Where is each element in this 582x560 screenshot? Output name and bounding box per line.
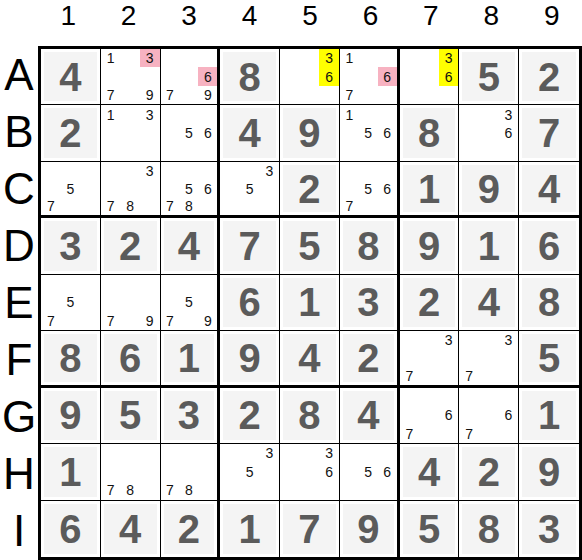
value-digit: 4: [59, 57, 81, 97]
candidate-empty: [140, 142, 160, 160]
candidate-9: 9: [140, 86, 160, 104]
cell-A7[interactable]: 36: [400, 49, 460, 105]
cell-I5[interactable]: 7: [280, 501, 340, 557]
column-label-2: 2: [98, 0, 158, 46]
candidate-empty: [419, 349, 439, 367]
candidate-empty: [101, 444, 121, 462]
candidate-empty: [419, 86, 439, 104]
cell-B5[interactable]: 9: [280, 105, 340, 161]
value-digit: 6: [119, 338, 141, 378]
candidate-empty: [179, 463, 198, 481]
candidate-5: 5: [359, 463, 378, 481]
cell-H6[interactable]: 56: [340, 444, 400, 500]
candidate-empty: [161, 180, 180, 198]
candidate-6: 6: [198, 180, 217, 198]
cell-C2[interactable]: 378: [101, 162, 161, 218]
candidate-empty: [459, 349, 479, 367]
candidate-empty: [479, 406, 499, 424]
cell-B2[interactable]: 13: [101, 105, 161, 161]
candidate-empty: [419, 49, 439, 67]
candidate-empty: [120, 162, 140, 180]
cell-B9[interactable]: 7: [519, 105, 579, 161]
candidate-empty: [101, 142, 121, 160]
row-labels: ABCDEFGHI: [0, 46, 38, 560]
value-digit: 8: [538, 282, 560, 322]
candidate-empty: [61, 162, 81, 180]
candidate-empty: [340, 67, 359, 85]
value-digit: 9: [59, 395, 81, 435]
cell-E3[interactable]: 579: [161, 275, 221, 331]
candidate-empty: [41, 293, 61, 311]
cell-C1[interactable]: 57: [41, 162, 101, 218]
candidate-empty: [499, 349, 519, 367]
candidate-empty: [378, 105, 397, 123]
row-label-B: B: [0, 103, 38, 160]
candidate-empty: [300, 67, 320, 85]
candidate-empty: [101, 463, 121, 481]
candidate-empty: [378, 162, 397, 180]
cell-E9[interactable]: 8: [519, 275, 579, 331]
value-digit: 9: [239, 338, 261, 378]
cell-E5[interactable]: 1: [280, 275, 340, 331]
candidate-empty: [198, 275, 217, 293]
candidate-empty: [300, 86, 320, 104]
candidate-empty: [459, 142, 479, 160]
value-digit: 1: [178, 338, 200, 378]
candidate-empty: [359, 481, 378, 499]
value-digit: 2: [418, 282, 440, 322]
row-label-A: A: [0, 46, 38, 103]
cell-C6[interactable]: 567: [340, 162, 400, 218]
cell-H5[interactable]: 36: [280, 444, 340, 500]
cell-F4[interactable]: 9: [220, 331, 280, 387]
candidate-8: 8: [120, 481, 140, 499]
column-label-1: 1: [38, 0, 98, 46]
cell-A1[interactable]: 4: [41, 49, 101, 105]
cell-C9[interactable]: 4: [519, 162, 579, 218]
candidate-empty: [319, 481, 339, 499]
candidate-9: 9: [140, 312, 160, 330]
candidate-empty: [319, 86, 339, 104]
value-digit: 5: [298, 226, 320, 266]
cell-I1[interactable]: 6: [41, 501, 101, 557]
candidate-7: 7: [161, 312, 180, 330]
value-digit: 9: [298, 113, 320, 153]
column-label-5: 5: [280, 0, 340, 46]
candidate-empty: [439, 86, 459, 104]
candidate-empty: [220, 198, 240, 216]
cell-I3[interactable]: 2: [161, 501, 221, 557]
value-digit: 7: [239, 226, 261, 266]
candidate-empty: [340, 463, 359, 481]
column-label-3: 3: [159, 0, 219, 46]
cell-G2[interactable]: 5: [101, 388, 161, 444]
cell-G8[interactable]: 67: [459, 388, 519, 444]
candidate-6: 6: [198, 124, 217, 142]
candidate-empty: [120, 180, 140, 198]
sudoku-board: 4137967983616736522135649156836757378567…: [38, 46, 582, 560]
candidate-empty: [80, 293, 100, 311]
value-digit: 9: [357, 509, 379, 549]
candidate-empty: [499, 425, 519, 443]
cell-B6[interactable]: 156: [340, 105, 400, 161]
candidate-3: 3: [140, 162, 160, 180]
cell-D2[interactable]: 2: [101, 218, 161, 274]
candidate-6-highlighted-yellow: 6: [319, 67, 339, 85]
cell-G1[interactable]: 9: [41, 388, 101, 444]
cell-I4[interactable]: 1: [220, 501, 280, 557]
cell-F6[interactable]: 2: [340, 331, 400, 387]
candidate-7: 7: [101, 198, 121, 216]
candidate-7: 7: [161, 481, 180, 499]
candidate-empty: [120, 124, 140, 142]
value-digit: 1: [538, 395, 560, 435]
candidate-empty: [61, 312, 81, 330]
candidate-empty: [479, 388, 499, 406]
candidate-3: 3: [499, 331, 519, 349]
cell-I7[interactable]: 5: [400, 501, 460, 557]
value-digit: 1: [59, 452, 81, 492]
candidate-7: 7: [400, 367, 420, 385]
candidate-empty: [220, 444, 240, 462]
cell-H9[interactable]: 9: [519, 444, 579, 500]
cell-A4[interactable]: 8: [220, 49, 280, 105]
value-digit: 4: [357, 395, 379, 435]
candidate-empty: [101, 180, 121, 198]
candidate-empty: [439, 388, 459, 406]
candidate-empty: [359, 86, 378, 104]
candidate-empty: [220, 463, 240, 481]
candidate-empty: [479, 124, 499, 142]
column-label-8: 8: [461, 0, 521, 46]
candidate-empty: [439, 349, 459, 367]
candidate-empty: [240, 162, 260, 180]
value-digit: 8: [59, 338, 81, 378]
candidate-empty: [41, 180, 61, 198]
cell-G9[interactable]: 1: [519, 388, 579, 444]
value-digit: 4: [178, 226, 200, 266]
candidate-empty: [61, 275, 81, 293]
cell-D8[interactable]: 1: [459, 218, 519, 274]
candidate-6: 6: [499, 406, 519, 424]
cell-C7[interactable]: 1: [400, 162, 460, 218]
candidate-empty: [280, 463, 300, 481]
candidate-empty: [359, 142, 378, 160]
candidate-empty: [419, 367, 439, 385]
cell-G4[interactable]: 2: [220, 388, 280, 444]
cell-B3[interactable]: 56: [161, 105, 221, 161]
cell-H3[interactable]: 78: [161, 444, 221, 500]
value-digit: 8: [418, 113, 440, 153]
candidate-7: 7: [340, 86, 359, 104]
candidate-7: 7: [459, 425, 479, 443]
cell-D1[interactable]: 3: [41, 218, 101, 274]
candidate-empty: [80, 162, 100, 180]
cell-F8[interactable]: 37: [459, 331, 519, 387]
candidate-empty: [280, 49, 300, 67]
cell-G6[interactable]: 4: [340, 388, 400, 444]
candidate-empty: [340, 162, 359, 180]
cell-I9[interactable]: 3: [519, 501, 579, 557]
cell-E6[interactable]: 3: [340, 275, 400, 331]
value-digit: 4: [418, 452, 440, 492]
value-digit: 2: [298, 169, 320, 209]
candidate-5: 5: [359, 124, 378, 142]
cell-F5[interactable]: 4: [280, 331, 340, 387]
cell-E2[interactable]: 79: [101, 275, 161, 331]
cell-I8[interactable]: 8: [459, 501, 519, 557]
candidate-empty: [80, 312, 100, 330]
candidate-empty: [140, 124, 160, 142]
candidate-9: 9: [198, 86, 217, 104]
candidate-empty: [120, 444, 140, 462]
candidate-empty: [179, 86, 198, 104]
candidate-empty: [260, 463, 280, 481]
candidate-empty: [400, 388, 420, 406]
sudoku-app: 123456789 ABCDEFGHI 41379679836167365221…: [0, 0, 582, 560]
candidate-empty: [140, 293, 160, 311]
candidate-empty: [120, 49, 140, 67]
candidate-empty: [101, 124, 121, 142]
candidate-empty: [240, 481, 260, 499]
candidate-empty: [198, 463, 217, 481]
cell-E8[interactable]: 4: [459, 275, 519, 331]
value-digit: 6: [538, 226, 560, 266]
candidate-7: 7: [161, 86, 180, 104]
candidate-empty: [61, 198, 81, 216]
candidate-6: 6: [378, 180, 397, 198]
value-digit: 7: [298, 509, 320, 549]
cell-C5[interactable]: 2: [280, 162, 340, 218]
candidate-empty: [340, 481, 359, 499]
cell-A8[interactable]: 5: [459, 49, 519, 105]
cell-H1[interactable]: 1: [41, 444, 101, 500]
cell-C4[interactable]: 35: [220, 162, 280, 218]
candidate-empty: [479, 349, 499, 367]
candidate-empty: [419, 331, 439, 349]
candidate-7: 7: [340, 198, 359, 216]
cell-D4[interactable]: 7: [220, 218, 280, 274]
candidate-empty: [140, 180, 160, 198]
candidate-7: 7: [41, 198, 61, 216]
cell-F9[interactable]: 5: [519, 331, 579, 387]
candidate-empty: [479, 331, 499, 349]
candidate-3: 3: [140, 105, 160, 123]
candidate-empty: [120, 312, 140, 330]
candidate-empty: [161, 293, 180, 311]
candidate-empty: [120, 86, 140, 104]
cell-F7[interactable]: 37: [400, 331, 460, 387]
value-digit: 3: [538, 509, 560, 549]
value-digit: 6: [239, 282, 261, 322]
column-label-9: 9: [522, 0, 582, 46]
candidate-empty: [140, 275, 160, 293]
cell-A5[interactable]: 36: [280, 49, 340, 105]
candidate-empty: [359, 198, 378, 216]
candidate-empty: [300, 481, 320, 499]
cell-F1[interactable]: 8: [41, 331, 101, 387]
cell-I2[interactable]: 4: [101, 501, 161, 557]
candidate-3: 3: [260, 444, 280, 462]
cell-E7[interactable]: 2: [400, 275, 460, 331]
value-digit: 4: [478, 282, 500, 322]
value-digit: 1: [298, 282, 320, 322]
candidate-empty: [340, 444, 359, 462]
value-digit: 5: [418, 509, 440, 549]
candidate-empty: [459, 388, 479, 406]
candidate-empty: [359, 67, 378, 85]
value-digit: 5: [538, 338, 560, 378]
value-digit: 2: [538, 57, 560, 97]
candidate-3-highlighted-yellow: 3: [319, 49, 339, 67]
candidate-7: 7: [41, 312, 61, 330]
candidate-empty: [179, 444, 198, 462]
candidate-empty: [220, 180, 240, 198]
row-label-H: H: [0, 446, 38, 503]
candidate-empty: [161, 49, 180, 67]
cell-H4[interactable]: 35: [220, 444, 280, 500]
candidate-empty: [101, 275, 121, 293]
candidate-empty: [101, 293, 121, 311]
cell-F2[interactable]: 6: [101, 331, 161, 387]
candidate-1: 1: [101, 49, 121, 67]
cell-I6[interactable]: 9: [340, 501, 400, 557]
candidate-empty: [400, 406, 420, 424]
candidate-6-highlighted-pink: 6: [198, 67, 217, 85]
cell-D5[interactable]: 5: [280, 218, 340, 274]
column-label-7: 7: [401, 0, 461, 46]
candidate-empty: [419, 406, 439, 424]
candidate-empty: [198, 444, 217, 462]
value-digit: 4: [239, 113, 261, 153]
candidate-7: 7: [101, 86, 121, 104]
value-digit: 9: [478, 169, 500, 209]
candidate-6: 6: [439, 406, 459, 424]
candidate-empty: [419, 388, 439, 406]
candidate-empty: [378, 142, 397, 160]
candidate-5: 5: [179, 124, 198, 142]
candidate-empty: [359, 444, 378, 462]
candidate-empty: [280, 481, 300, 499]
cell-G3[interactable]: 3: [161, 388, 221, 444]
cell-A9[interactable]: 2: [519, 49, 579, 105]
value-digit: 4: [538, 169, 560, 209]
cell-A3[interactable]: 679: [161, 49, 221, 105]
candidate-empty: [499, 142, 519, 160]
value-digit: 8: [478, 509, 500, 549]
cell-F3[interactable]: 1: [161, 331, 221, 387]
candidate-empty: [140, 444, 160, 462]
candidate-empty: [260, 481, 280, 499]
candidate-7: 7: [400, 425, 420, 443]
candidate-empty: [479, 425, 499, 443]
candidate-empty: [300, 444, 320, 462]
cell-H7[interactable]: 4: [400, 444, 460, 500]
candidate-6: 6: [378, 463, 397, 481]
candidate-7: 7: [459, 367, 479, 385]
value-digit: 9: [538, 452, 560, 492]
candidate-empty: [41, 275, 61, 293]
candidate-empty: [439, 425, 459, 443]
cell-E1[interactable]: 57: [41, 275, 101, 331]
candidate-empty: [140, 481, 160, 499]
candidate-empty: [359, 49, 378, 67]
candidate-empty: [120, 105, 140, 123]
candidate-empty: [161, 463, 180, 481]
candidate-empty: [161, 162, 180, 180]
cell-B1[interactable]: 2: [41, 105, 101, 161]
candidate-empty: [198, 49, 217, 67]
candidate-empty: [161, 142, 180, 160]
value-digit: 8: [298, 395, 320, 435]
candidate-1: 1: [101, 105, 121, 123]
cell-D7[interactable]: 9: [400, 218, 460, 274]
cell-D3[interactable]: 4: [161, 218, 221, 274]
cell-A6[interactable]: 167: [340, 49, 400, 105]
candidate-empty: [198, 105, 217, 123]
cell-D6[interactable]: 8: [340, 218, 400, 274]
cell-A2[interactable]: 1379: [101, 49, 161, 105]
candidate-empty: [378, 49, 397, 67]
cell-B4[interactable]: 4: [220, 105, 280, 161]
candidate-empty: [499, 367, 519, 385]
candidate-7: 7: [101, 312, 121, 330]
candidate-9: 9: [198, 312, 217, 330]
cell-D9[interactable]: 6: [519, 218, 579, 274]
cell-G7[interactable]: 67: [400, 388, 460, 444]
candidate-3: 3: [499, 105, 519, 123]
candidate-6-highlighted-yellow: 6: [439, 67, 459, 85]
value-digit: 4: [119, 509, 141, 549]
cell-B8[interactable]: 36: [459, 105, 519, 161]
candidate-empty: [179, 142, 198, 160]
candidate-empty: [120, 67, 140, 85]
candidate-empty: [220, 481, 240, 499]
candidate-5: 5: [61, 293, 81, 311]
candidate-empty: [240, 444, 260, 462]
candidate-8: 8: [179, 198, 198, 216]
candidate-empty: [280, 86, 300, 104]
cell-C3[interactable]: 5678: [161, 162, 221, 218]
candidate-3-highlighted-pink: 3: [140, 49, 160, 67]
candidate-empty: [140, 198, 160, 216]
row-label-F: F: [0, 332, 38, 389]
candidate-empty: [499, 388, 519, 406]
candidate-empty: [378, 86, 397, 104]
candidate-empty: [198, 481, 217, 499]
cell-G5[interactable]: 8: [280, 388, 340, 444]
cell-C8[interactable]: 9: [459, 162, 519, 218]
candidate-empty: [240, 198, 260, 216]
candidate-empty: [220, 162, 240, 180]
candidate-6: 6: [378, 124, 397, 142]
cell-E4[interactable]: 6: [220, 275, 280, 331]
candidate-empty: [378, 198, 397, 216]
candidate-empty: [198, 198, 217, 216]
candidate-8: 8: [179, 481, 198, 499]
candidate-empty: [280, 67, 300, 85]
candidate-empty: [140, 67, 160, 85]
candidate-5: 5: [179, 293, 198, 311]
cell-H2[interactable]: 78: [101, 444, 161, 500]
candidate-empty: [439, 367, 459, 385]
cell-B7[interactable]: 8: [400, 105, 460, 161]
candidate-3-highlighted-yellow: 3: [439, 49, 459, 67]
value-digit: 2: [178, 509, 200, 549]
cell-H8[interactable]: 2: [459, 444, 519, 500]
candidate-empty: [280, 444, 300, 462]
candidate-empty: [359, 105, 378, 123]
